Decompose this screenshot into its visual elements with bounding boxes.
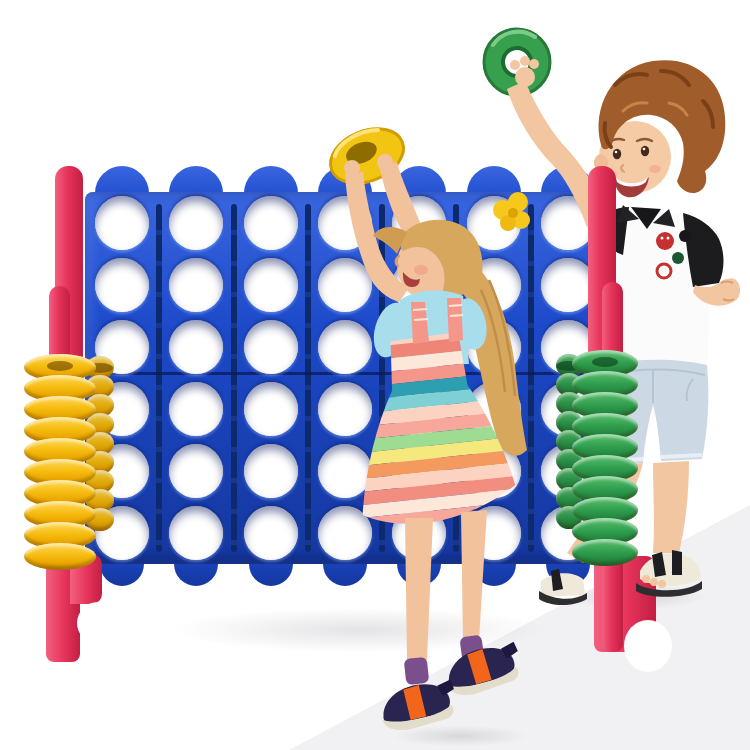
board-cell: [85, 254, 159, 316]
girl-player: [275, 120, 545, 750]
girl-hair-bow: [493, 192, 530, 231]
board-hole: [95, 258, 149, 312]
right-leg-arch: [624, 620, 672, 672]
left-leg-arch: [77, 602, 119, 644]
board-cell: [159, 440, 233, 502]
left-ring-stack: [24, 354, 96, 570]
board-hole: [169, 196, 223, 250]
board-cell: [159, 254, 233, 316]
board-hole: [169, 382, 223, 436]
board-cell: [159, 378, 233, 440]
right-ring-pole: [602, 282, 623, 356]
left-ring-pole: [49, 286, 70, 362]
board-cell: [159, 192, 233, 254]
girl-legs: [377, 510, 525, 734]
right-ring-stack: [572, 350, 638, 566]
board-hole: [169, 506, 223, 560]
board-hole: [169, 320, 223, 374]
yellow-ring: [24, 543, 96, 570]
right-pole-bottom: [602, 556, 623, 652]
board-hole: [169, 444, 223, 498]
board-cell: [85, 192, 159, 254]
girl-shoes: [377, 641, 525, 734]
product-photo: [0, 0, 750, 750]
boy-right-sandal: [630, 535, 708, 597]
board-hole: [95, 196, 149, 250]
board-hole: [169, 258, 223, 312]
board-cell: [159, 316, 233, 378]
green-ring: [572, 539, 638, 566]
board-cell: [159, 502, 233, 564]
boy-left-sandal: [539, 569, 587, 605]
